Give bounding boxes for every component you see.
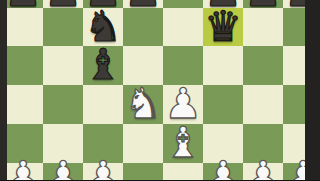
square-e3[interactable]: ♝ [163, 124, 203, 163]
square-b2[interactable]: ♟ [43, 163, 83, 181]
piece-white-pawn-f2[interactable]: ♟ [204, 158, 242, 181]
square-g7[interactable]: ♟ [243, 0, 283, 8]
square-d7[interactable]: ♟ [123, 0, 163, 8]
square-b7[interactable]: ♟ [43, 0, 83, 8]
square-b6[interactable] [43, 8, 83, 47]
piece-black-queen-f6[interactable]: ♛ [204, 8, 242, 47]
piece-white-pawn-a2[interactable]: ♟ [4, 158, 42, 181]
square-f6[interactable]: ♛ [203, 8, 243, 47]
window-edge-right [305, 0, 320, 180]
square-d3[interactable] [123, 124, 163, 163]
square-a6[interactable] [3, 8, 43, 47]
piece-white-pawn-b2[interactable]: ♟ [44, 158, 82, 181]
piece-white-pawn-c2[interactable]: ♟ [84, 158, 122, 181]
square-a4[interactable] [3, 85, 43, 124]
square-e6[interactable] [163, 8, 203, 47]
square-a2[interactable]: ♟ [3, 163, 43, 181]
square-c5[interactable]: ♝ [83, 46, 123, 85]
square-g6[interactable] [243, 8, 283, 47]
square-a5[interactable] [3, 46, 43, 85]
square-c2[interactable]: ♟ [83, 163, 123, 181]
piece-white-knight-d4[interactable]: ♞ [124, 85, 162, 124]
square-d6[interactable] [123, 8, 163, 47]
square-d4[interactable]: ♞ [123, 85, 163, 124]
square-f4[interactable] [203, 85, 243, 124]
square-c4[interactable] [83, 85, 123, 124]
window-edge-left [0, 0, 7, 180]
board-viewport: ♟♟♟♟♟♟♟♞♛♝♞♟♝♟♟♟♟♟♟ [0, 0, 320, 180]
square-g2[interactable]: ♟ [243, 163, 283, 181]
square-d2[interactable] [123, 163, 163, 181]
square-g4[interactable] [243, 85, 283, 124]
square-f5[interactable] [203, 46, 243, 85]
square-e7[interactable] [163, 0, 203, 8]
square-a7[interactable]: ♟ [3, 0, 43, 8]
square-b5[interactable] [43, 46, 83, 85]
square-f2[interactable]: ♟ [203, 163, 243, 181]
square-g5[interactable] [243, 46, 283, 85]
chess-board: ♟♟♟♟♟♟♟♞♛♝♞♟♝♟♟♟♟♟♟ [3, 0, 320, 180]
square-e2[interactable] [163, 163, 203, 181]
piece-white-bishop-e3[interactable]: ♝ [164, 124, 202, 163]
piece-black-bishop-c5[interactable]: ♝ [84, 46, 122, 85]
piece-white-pawn-g2[interactable]: ♟ [244, 158, 282, 181]
square-b4[interactable] [43, 85, 83, 124]
